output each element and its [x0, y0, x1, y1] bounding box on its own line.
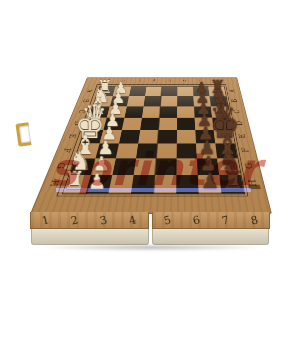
rank-label-2: 2 [70, 213, 80, 227]
square-c4 [142, 106, 160, 117]
square-e6 [177, 130, 196, 144]
file-label-right-a: A [223, 86, 241, 95]
back-rank-labels: 12345678 [100, 79, 223, 84]
watermark-text: sprinter [50, 143, 261, 196]
rank-label-3: 3 [99, 213, 109, 227]
square-e4 [138, 130, 158, 144]
rank-label-6: 6 [191, 213, 201, 227]
square-a3 [129, 87, 147, 97]
front-frame: 1234 5678 [30, 212, 270, 229]
box-side-right [152, 229, 270, 245]
front-frame-left-half: 1234 [30, 212, 149, 229]
file-label-right-d: D [229, 117, 250, 129]
box-side [31, 229, 269, 245]
square-d5 [159, 118, 178, 130]
brass-clasp [15, 122, 31, 147]
front-frame-right-half: 5678 [152, 212, 271, 229]
file-label-left-a: A [80, 86, 99, 95]
back-rank-label-3: 3 [131, 79, 147, 84]
rank-label-4: 4 [128, 213, 138, 227]
back-rank-label-6: 6 [177, 79, 192, 84]
box-side-left [31, 229, 149, 245]
square-c6 [177, 106, 195, 117]
back-rank-label-7: 7 [192, 79, 208, 84]
file-label-right-c: C [227, 106, 247, 117]
file-label-right-e: E [231, 129, 253, 142]
square-b3 [127, 96, 145, 106]
square-a5 [161, 87, 177, 97]
drop-shadow [36, 245, 266, 251]
product-photo: 12345678 ABCDEFGH ABCDEFGH ♜♟♟♜♞♟♟♞♝♟♟♝♛… [0, 0, 301, 354]
square-d4 [140, 118, 159, 130]
rank-label-7: 7 [220, 213, 230, 227]
square-d6 [177, 118, 195, 130]
square-b5 [160, 96, 177, 106]
square-c3 [124, 106, 143, 117]
square-c5 [160, 106, 178, 117]
square-a4 [145, 87, 162, 97]
square-d3 [122, 118, 142, 130]
back-rank-label-5: 5 [161, 79, 176, 84]
square-a6 [177, 87, 193, 97]
square-e3 [119, 130, 140, 144]
rank-label-8: 8 [249, 213, 259, 227]
square-b4 [144, 96, 162, 106]
rank-label-1: 1 [40, 213, 50, 227]
square-e5 [158, 130, 177, 144]
square-b6 [177, 96, 194, 106]
back-rank-label-2: 2 [115, 79, 132, 84]
back-rank-label-8: 8 [207, 79, 223, 84]
file-label-right-b: B [225, 96, 244, 106]
back-rank-label-4: 4 [146, 79, 162, 84]
file-label-left-b: B [76, 96, 96, 106]
rank-label-5: 5 [162, 213, 172, 227]
